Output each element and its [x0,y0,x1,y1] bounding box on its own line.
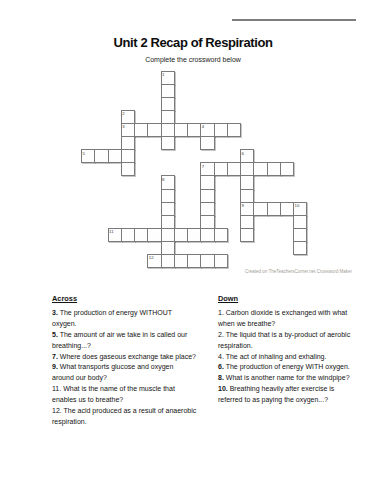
cell-r4c10[interactable] [214,123,228,137]
down-clue-number-10: 10. [218,385,228,392]
down-clue-2: 2. The liquid that is a by-product of ae… [218,330,368,352]
cell-number-2: 2 [122,111,124,116]
cell-r5c9[interactable] [200,136,214,150]
cell-r11c12[interactable] [240,215,254,229]
cell-r10c15[interactable] [280,202,294,216]
cell-r12c12[interactable] [240,228,254,242]
cell-r14c6[interactable] [161,254,175,268]
cell-r4c4[interactable] [134,123,148,137]
cell-r5c3[interactable] [121,136,135,150]
cell-r6c1[interactable] [94,149,108,163]
down-clue-number-1: 1. [218,309,224,316]
cell-r12c8[interactable] [187,228,201,242]
across-clue-number-9: 9. [52,363,58,370]
cell-r8c12[interactable] [240,175,254,189]
cell-r12c16[interactable] [293,228,307,242]
cell-r7c11[interactable] [227,162,241,176]
cell-r9c6[interactable] [161,189,175,203]
across-heading: Across [52,294,214,305]
cell-r4c11[interactable] [227,123,241,137]
credit-text: Created on TheTeachersCorner.net Crosswo… [245,269,352,274]
cell-r10c13[interactable] [253,202,267,216]
cell-number-5: 5 [83,151,85,156]
across-clue-number-11: 11. [52,385,61,392]
down-clue-8: 8. What is another name for the windpipe… [218,373,368,384]
down-heading: Down [218,294,368,305]
cell-r7c15[interactable] [280,162,294,176]
down-clue-number-4: 4. [218,353,224,360]
cell-r7c10[interactable] [214,162,228,176]
cell-r7c13[interactable] [253,162,267,176]
down-clue-10: 10. Breathing heavily after exercise is … [218,384,368,406]
worksheet-page: Unit 2 Recap of Respiration Complete the… [0,0,386,500]
cell-r2c6[interactable] [161,97,175,111]
cell-number-12: 12 [149,255,154,260]
down-clues-section: Down 1. Carbon dioxide is exchanged with… [218,294,368,406]
cell-r10c14[interactable] [267,202,281,216]
name-blank-line [232,19,356,21]
cell-r12c5[interactable] [147,228,161,242]
down-clue-number-8: 8. [218,374,224,381]
page-subtitle: Complete the crossword below [0,56,386,63]
cell-r14c10[interactable] [214,254,228,268]
across-clue-5: 5. The amount of air we take in is calle… [52,330,214,352]
cell-r9c12[interactable] [240,189,254,203]
cell-r10c9[interactable] [200,202,214,216]
page-title: Unit 2 Recap of Respiration [0,35,386,50]
cell-number-8: 8 [162,177,164,182]
cell-number-6: 6 [242,151,244,156]
cell-r7c3[interactable] [121,162,135,176]
cell-r13c6[interactable] [161,241,175,255]
cell-r14c8[interactable] [187,254,201,268]
cell-r12c10[interactable] [214,228,228,242]
cell-r1c6[interactable] [161,84,175,98]
cell-r4c7[interactable] [174,123,188,137]
cell-r14c9[interactable] [200,254,214,268]
cell-r6c2[interactable] [108,149,122,163]
across-clue-9: 9. What transports glucose and oxygen ar… [52,362,214,384]
cell-number-11: 11 [109,229,113,234]
cell-r12c6[interactable] [161,228,175,242]
cell-r12c7[interactable] [174,228,188,242]
cell-r3c6[interactable] [161,110,175,124]
across-clue-3: 3. The production of energy WITHOUT oxyg… [52,308,214,330]
cell-r10c6[interactable] [161,202,175,216]
across-clue-11: 11. What is the name of the muscle that … [52,384,214,406]
cell-number-9: 9 [242,203,244,208]
across-clues-section: Across 3. The production of energy WITHO… [52,294,214,428]
across-clue-number-12: 12. [52,407,62,414]
cell-r12c3[interactable] [121,228,135,242]
down-clue-6: 6. The production of energy WITH oxygen. [218,362,368,373]
cell-number-3: 3 [122,124,124,129]
across-clue-number-5: 5. [52,331,58,338]
cell-r9c9[interactable] [200,189,214,203]
cell-r8c9[interactable] [200,175,214,189]
cell-r14c7[interactable] [174,254,188,268]
cell-r4c5[interactable] [147,123,161,137]
cell-r12c9[interactable] [200,228,214,242]
across-clue-7: 7. Where does gaseous exchange take plac… [52,352,214,363]
cell-r11c6[interactable] [161,215,175,229]
crossword-grid: 123456789101112 [81,71,308,268]
cell-r12c4[interactable] [134,228,148,242]
down-clue-list: 1. Carbon dioxide is exchanged with what… [218,308,368,406]
cell-number-4: 4 [202,124,204,129]
down-clue-1: 1. Carbon dioxide is exchanged with what… [218,308,368,330]
down-clue-number-2: 2. [218,331,224,338]
cell-r5c6[interactable] [161,136,175,150]
across-clue-number-3: 3. [52,309,58,316]
cell-r6c3[interactable] [121,149,135,163]
across-clue-12: 12. The acid produced as a result of ana… [52,406,214,428]
across-clue-list: 3. The production of energy WITHOUT oxyg… [52,308,214,428]
cell-number-7: 7 [202,164,204,169]
cell-r11c16[interactable] [293,215,307,229]
across-clue-number-7: 7. [52,353,58,360]
cell-r4c8[interactable] [187,123,201,137]
cell-r7c12[interactable] [240,162,254,176]
cell-r7c14[interactable] [267,162,281,176]
down-clue-4: 4. The act of inhaling and exhaling. [218,352,368,363]
cell-r11c9[interactable] [200,215,214,229]
cell-r13c16[interactable] [293,241,307,255]
cell-number-10: 10 [295,203,300,208]
cell-number-1: 1 [162,72,164,77]
down-clue-number-6: 6. [218,363,224,370]
cell-r4c6[interactable] [161,123,175,137]
